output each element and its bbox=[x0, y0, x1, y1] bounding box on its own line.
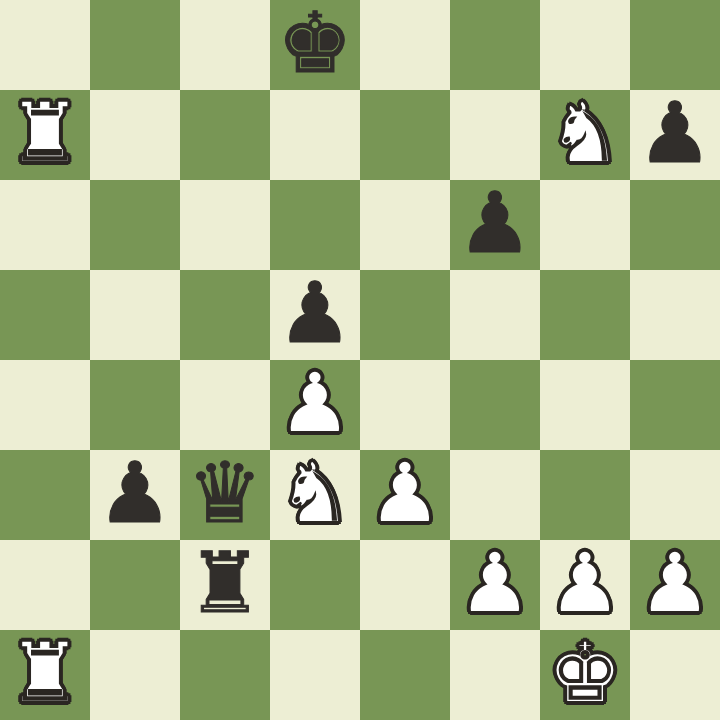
piece-white-pawn-g2[interactable]: ♟ bbox=[547, 538, 622, 628]
piece-black-rook-c2[interactable]: ♜ bbox=[187, 538, 262, 628]
square-g1[interactable]: ♚ bbox=[540, 630, 630, 720]
square-e4[interactable] bbox=[360, 360, 450, 450]
piece-black-king-d8[interactable]: ♚ bbox=[277, 0, 352, 88]
square-g4[interactable] bbox=[540, 360, 630, 450]
piece-black-pawn-f6[interactable]: ♟ bbox=[457, 178, 532, 268]
square-f8[interactable] bbox=[450, 0, 540, 90]
square-h4[interactable] bbox=[630, 360, 720, 450]
square-c4[interactable] bbox=[180, 360, 270, 450]
square-a7[interactable]: ♜ bbox=[0, 90, 90, 180]
square-g7[interactable]: ♞ bbox=[540, 90, 630, 180]
piece-white-knight-d3[interactable]: ♞ bbox=[277, 448, 352, 538]
square-d1[interactable] bbox=[270, 630, 360, 720]
square-h6[interactable] bbox=[630, 180, 720, 270]
square-h8[interactable] bbox=[630, 0, 720, 90]
square-g6[interactable] bbox=[540, 180, 630, 270]
piece-black-pawn-d5[interactable]: ♟ bbox=[277, 268, 352, 358]
square-b4[interactable] bbox=[90, 360, 180, 450]
square-h7[interactable]: ♟ bbox=[630, 90, 720, 180]
square-g2[interactable]: ♟ bbox=[540, 540, 630, 630]
square-b1[interactable] bbox=[90, 630, 180, 720]
square-e2[interactable] bbox=[360, 540, 450, 630]
square-e3[interactable]: ♟ bbox=[360, 450, 450, 540]
piece-white-rook-a7[interactable]: ♜ bbox=[7, 88, 82, 178]
square-e5[interactable] bbox=[360, 270, 450, 360]
square-f3[interactable] bbox=[450, 450, 540, 540]
square-a3[interactable] bbox=[0, 450, 90, 540]
square-d7[interactable] bbox=[270, 90, 360, 180]
square-h5[interactable] bbox=[630, 270, 720, 360]
square-d4[interactable]: ♟ bbox=[270, 360, 360, 450]
square-e7[interactable] bbox=[360, 90, 450, 180]
square-h3[interactable] bbox=[630, 450, 720, 540]
square-f4[interactable] bbox=[450, 360, 540, 450]
square-c3[interactable]: ♛ bbox=[180, 450, 270, 540]
piece-black-pawn-b3[interactable]: ♟ bbox=[97, 448, 172, 538]
square-c8[interactable] bbox=[180, 0, 270, 90]
square-c7[interactable] bbox=[180, 90, 270, 180]
square-b6[interactable] bbox=[90, 180, 180, 270]
square-c1[interactable] bbox=[180, 630, 270, 720]
square-h1[interactable] bbox=[630, 630, 720, 720]
piece-white-pawn-f2[interactable]: ♟ bbox=[457, 538, 532, 628]
square-d2[interactable] bbox=[270, 540, 360, 630]
square-c5[interactable] bbox=[180, 270, 270, 360]
square-f6[interactable]: ♟ bbox=[450, 180, 540, 270]
square-e8[interactable] bbox=[360, 0, 450, 90]
square-a1[interactable]: ♜ bbox=[0, 630, 90, 720]
square-c2[interactable]: ♜ bbox=[180, 540, 270, 630]
piece-white-knight-g7[interactable]: ♞ bbox=[547, 88, 622, 178]
piece-white-pawn-e3[interactable]: ♟ bbox=[367, 448, 442, 538]
square-a4[interactable] bbox=[0, 360, 90, 450]
square-f5[interactable] bbox=[450, 270, 540, 360]
square-a5[interactable] bbox=[0, 270, 90, 360]
square-b2[interactable] bbox=[90, 540, 180, 630]
piece-white-pawn-h2[interactable]: ♟ bbox=[637, 538, 712, 628]
chess-board: ♚♜♞♟♟♟♟♟♛♞♟♜♟♟♟♜♚ bbox=[0, 0, 720, 720]
square-h2[interactable]: ♟ bbox=[630, 540, 720, 630]
square-b7[interactable] bbox=[90, 90, 180, 180]
square-d8[interactable]: ♚ bbox=[270, 0, 360, 90]
square-a6[interactable] bbox=[0, 180, 90, 270]
piece-white-rook-a1[interactable]: ♜ bbox=[7, 628, 82, 718]
square-d6[interactable] bbox=[270, 180, 360, 270]
square-b8[interactable] bbox=[90, 0, 180, 90]
square-c6[interactable] bbox=[180, 180, 270, 270]
square-g3[interactable] bbox=[540, 450, 630, 540]
square-e6[interactable] bbox=[360, 180, 450, 270]
square-d5[interactable]: ♟ bbox=[270, 270, 360, 360]
piece-black-queen-c3[interactable]: ♛ bbox=[187, 448, 262, 538]
square-g8[interactable] bbox=[540, 0, 630, 90]
square-f2[interactable]: ♟ bbox=[450, 540, 540, 630]
piece-white-pawn-d4[interactable]: ♟ bbox=[277, 358, 352, 448]
piece-black-pawn-h7[interactable]: ♟ bbox=[637, 88, 712, 178]
square-b3[interactable]: ♟ bbox=[90, 450, 180, 540]
square-b5[interactable] bbox=[90, 270, 180, 360]
square-d3[interactable]: ♞ bbox=[270, 450, 360, 540]
square-a2[interactable] bbox=[0, 540, 90, 630]
square-g5[interactable] bbox=[540, 270, 630, 360]
square-f7[interactable] bbox=[450, 90, 540, 180]
square-a8[interactable] bbox=[0, 0, 90, 90]
square-e1[interactable] bbox=[360, 630, 450, 720]
square-f1[interactable] bbox=[450, 630, 540, 720]
piece-white-king-g1[interactable]: ♚ bbox=[547, 628, 622, 718]
